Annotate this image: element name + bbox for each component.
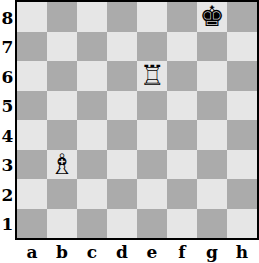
square-c3	[77, 150, 107, 180]
file-label-g: g	[197, 240, 227, 263]
square-d3	[107, 150, 137, 180]
square-g7	[197, 32, 227, 62]
rank-label-3: 3	[0, 150, 15, 180]
square-e8	[137, 2, 167, 32]
square-b4	[47, 120, 77, 150]
square-b2	[47, 179, 77, 209]
square-c6	[77, 61, 107, 91]
square-h1	[227, 209, 257, 239]
square-g8: ♚	[197, 2, 227, 32]
rank-label-7: 7	[0, 32, 15, 62]
square-d5	[107, 91, 137, 121]
square-e4	[137, 120, 167, 150]
square-a8	[17, 2, 47, 32]
file-label-c: c	[77, 240, 107, 263]
square-a5	[17, 91, 47, 121]
square-a2	[17, 179, 47, 209]
square-e3	[137, 150, 167, 180]
square-g5	[197, 91, 227, 121]
square-c1	[77, 209, 107, 239]
square-b3: ♗	[47, 150, 77, 180]
rank-labels: 87654321	[0, 2, 15, 238]
rank-label-5: 5	[0, 91, 15, 121]
square-e5	[137, 91, 167, 121]
square-h5	[227, 91, 257, 121]
square-d6	[107, 61, 137, 91]
square-c8	[77, 2, 107, 32]
square-c5	[77, 91, 107, 121]
square-f3	[167, 150, 197, 180]
board-grid: ♚♖♗	[15, 0, 259, 240]
square-g3	[197, 150, 227, 180]
square-a4	[17, 120, 47, 150]
square-b1	[47, 209, 77, 239]
file-label-f: f	[167, 240, 197, 263]
square-f5	[167, 91, 197, 121]
rank-label-8: 8	[0, 2, 15, 32]
square-a3	[17, 150, 47, 180]
square-d2	[107, 179, 137, 209]
file-label-b: b	[47, 240, 77, 263]
file-label-a: a	[17, 240, 47, 263]
square-a6	[17, 61, 47, 91]
rank-label-2: 2	[0, 179, 15, 209]
black-king: ♚	[199, 2, 224, 32]
square-a7	[17, 32, 47, 62]
file-label-e: e	[137, 240, 167, 263]
file-label-d: d	[107, 240, 137, 263]
square-b7	[47, 32, 77, 62]
square-e1	[137, 209, 167, 239]
square-c2	[77, 179, 107, 209]
square-g4	[197, 120, 227, 150]
square-f7	[167, 32, 197, 62]
square-e6: ♖	[137, 61, 167, 91]
square-h4	[227, 120, 257, 150]
square-b8	[47, 2, 77, 32]
square-d1	[107, 209, 137, 239]
white-rook: ♖	[139, 61, 164, 91]
square-e7	[137, 32, 167, 62]
square-c7	[77, 32, 107, 62]
square-f1	[167, 209, 197, 239]
square-d4	[107, 120, 137, 150]
square-d7	[107, 32, 137, 62]
rank-label-1: 1	[0, 209, 15, 239]
square-a1	[17, 209, 47, 239]
square-h2	[227, 179, 257, 209]
square-c4	[77, 120, 107, 150]
square-g6	[197, 61, 227, 91]
square-h7	[227, 32, 257, 62]
square-g2	[197, 179, 227, 209]
square-f8	[167, 2, 197, 32]
square-g1	[197, 209, 227, 239]
chess-diagram: 87654321 ♚♖♗ abcdefgh	[0, 0, 259, 263]
square-d8	[107, 2, 137, 32]
square-h3	[227, 150, 257, 180]
square-f2	[167, 179, 197, 209]
file-labels: abcdefgh	[17, 240, 257, 263]
white-bishop: ♗	[49, 150, 74, 180]
square-f4	[167, 120, 197, 150]
square-h6	[227, 61, 257, 91]
square-b5	[47, 91, 77, 121]
square-h8	[227, 2, 257, 32]
rank-label-6: 6	[0, 61, 15, 91]
file-label-h: h	[227, 240, 257, 263]
rank-label-4: 4	[0, 120, 15, 150]
square-b6	[47, 61, 77, 91]
square-e2	[137, 179, 167, 209]
square-f6	[167, 61, 197, 91]
